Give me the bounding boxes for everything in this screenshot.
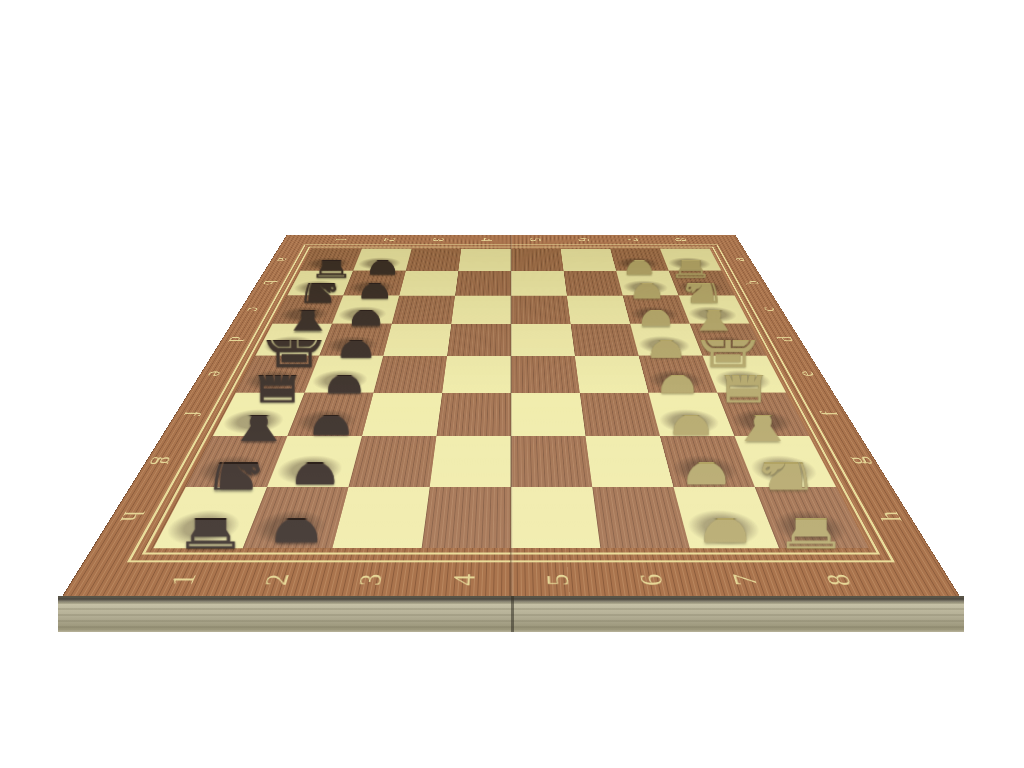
square-h4[interactable]	[422, 487, 511, 548]
coord-bottom_number-1: 1	[165, 574, 201, 586]
square-b5[interactable]	[511, 271, 567, 296]
square-e3[interactable]	[373, 356, 447, 393]
square-c5[interactable]	[511, 296, 571, 324]
square-b6[interactable]	[564, 271, 623, 296]
square-f4[interactable]	[436, 393, 511, 436]
square-f5[interactable]	[511, 393, 586, 436]
coord-right_letter-a: a	[729, 258, 747, 261]
coord-right_letter-e: e	[793, 371, 818, 376]
square-g4[interactable]	[430, 436, 511, 487]
square-g6[interactable]	[586, 436, 674, 487]
square-f3[interactable]	[362, 393, 442, 436]
square-a4[interactable]	[458, 249, 511, 271]
square-h3[interactable]	[332, 487, 430, 548]
coord-left_letter-b: b	[260, 281, 280, 285]
coord-bottom_number-4: 4	[449, 574, 480, 586]
coord-right_letter-h: h	[873, 511, 906, 521]
coord-bottom_number-2: 2	[260, 574, 294, 586]
square-d4[interactable]	[447, 324, 511, 356]
product-photo-stage: ♜♟♟♜♞♟♟♞♝♟♟♝♚♟♟♚♛♟♟♛♝♟♟♝♞♟♟♞♜♟♟♜ 1234567…	[0, 0, 1024, 768]
square-c3[interactable]	[392, 296, 455, 324]
coord-bottom_number-3: 3	[354, 574, 387, 586]
coord-right_letter-b: b	[742, 281, 762, 285]
square-a3[interactable]	[406, 249, 462, 271]
coord-bottom_number-6: 6	[635, 574, 668, 586]
square-h5[interactable]	[511, 487, 600, 548]
coord-top_number-6: 6	[576, 238, 592, 241]
coord-bottom_number-8: 8	[821, 574, 857, 586]
coord-left_letter-h: h	[115, 511, 148, 521]
board-scene: ♜♟♟♜♞♟♟♞♝♟♟♝♚♟♟♚♛♟♟♛♝♟♟♝♞♟♟♞♜♟♟♜ 1234567…	[61, 0, 961, 598]
square-d3[interactable]	[383, 324, 451, 356]
coord-left_letter-g: g	[150, 456, 180, 464]
square-c4[interactable]	[451, 296, 511, 324]
square-g5[interactable]	[511, 436, 592, 487]
square-b4[interactable]	[455, 271, 511, 296]
square-e5[interactable]	[511, 356, 580, 393]
coord-bottom_number-7: 7	[728, 574, 762, 586]
square-a6[interactable]	[561, 249, 617, 271]
square-e6[interactable]	[575, 356, 649, 393]
square-a5[interactable]	[511, 249, 564, 271]
square-d5[interactable]	[511, 324, 575, 356]
coord-top_number-5: 5	[527, 238, 543, 241]
square-c6[interactable]	[567, 296, 630, 324]
board-side-edge	[58, 596, 964, 632]
coord-right_letter-g: g	[842, 456, 872, 464]
coord-top_number-3: 3	[430, 238, 446, 241]
coord-top_number-4: 4	[479, 238, 495, 241]
square-f6[interactable]	[580, 393, 660, 436]
square-e4[interactable]	[442, 356, 511, 393]
square-g3[interactable]	[348, 436, 436, 487]
side-fold-seam	[511, 596, 514, 632]
square-d6[interactable]	[571, 324, 639, 356]
chess-board: ♜♟♟♜♞♟♟♞♝♟♟♝♚♟♟♚♛♟♟♛♝♟♟♝♞♟♟♞♜♟♟♜ 1234567…	[61, 235, 961, 598]
coord-bottom_number-5: 5	[542, 574, 573, 586]
coord-left_letter-a: a	[274, 258, 292, 261]
square-b3[interactable]	[399, 271, 458, 296]
